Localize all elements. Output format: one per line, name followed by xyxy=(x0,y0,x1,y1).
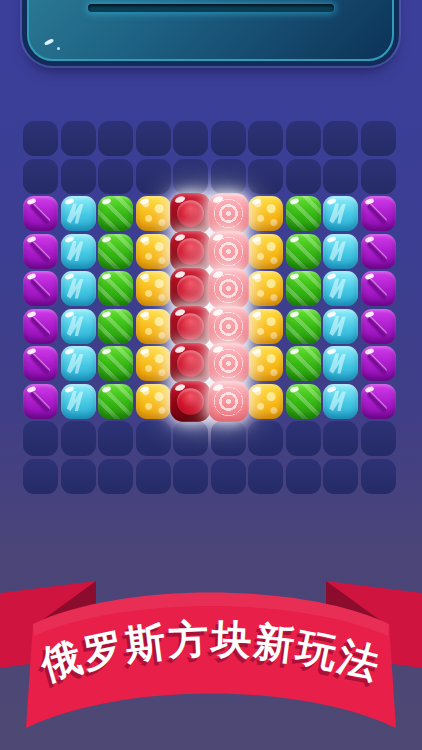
purple-candy[interactable] xyxy=(23,234,58,269)
empty-cell xyxy=(173,421,208,456)
red-candy[interactable] xyxy=(170,268,211,309)
empty-cell xyxy=(23,421,58,456)
empty-cell xyxy=(361,459,396,494)
empty-cell xyxy=(136,159,171,194)
yellow-candy[interactable] xyxy=(136,309,171,344)
empty-cell xyxy=(136,121,171,156)
empty-cell xyxy=(286,459,321,494)
purple-candy[interactable] xyxy=(23,384,58,419)
green-candy[interactable] xyxy=(286,196,321,231)
empty-cell xyxy=(323,121,358,156)
sparkle-icon xyxy=(44,38,55,46)
pink-candy[interactable] xyxy=(208,343,249,384)
yellow-candy[interactable] xyxy=(136,271,171,306)
empty-cell xyxy=(61,121,96,156)
empty-cell xyxy=(211,421,246,456)
empty-cell xyxy=(98,459,133,494)
cyan-candy[interactable] xyxy=(323,309,358,344)
purple-candy[interactable] xyxy=(361,309,396,344)
empty-cell xyxy=(23,121,58,156)
purple-candy[interactable] xyxy=(361,384,396,419)
empty-cell xyxy=(211,159,246,194)
green-candy[interactable] xyxy=(286,271,321,306)
purple-candy[interactable] xyxy=(361,196,396,231)
pink-candy[interactable] xyxy=(208,231,249,272)
cyan-candy[interactable] xyxy=(323,271,358,306)
cyan-candy[interactable] xyxy=(323,196,358,231)
purple-candy[interactable] xyxy=(23,346,58,381)
empty-cell xyxy=(286,121,321,156)
yellow-candy[interactable] xyxy=(248,271,283,306)
empty-cell xyxy=(323,159,358,194)
green-candy[interactable] xyxy=(98,346,133,381)
yellow-candy[interactable] xyxy=(248,384,283,419)
top-panel xyxy=(27,0,394,61)
red-candy[interactable] xyxy=(170,343,211,384)
green-candy[interactable] xyxy=(98,271,133,306)
cyan-candy[interactable] xyxy=(61,384,96,419)
yellow-candy[interactable] xyxy=(248,309,283,344)
cyan-candy[interactable] xyxy=(61,309,96,344)
empty-cell xyxy=(136,459,171,494)
pink-candy[interactable] xyxy=(208,193,249,234)
yellow-candy[interactable] xyxy=(136,346,171,381)
empty-cell xyxy=(98,421,133,456)
empty-cell xyxy=(173,459,208,494)
empty-cell xyxy=(286,159,321,194)
empty-cell xyxy=(361,421,396,456)
cyan-candy[interactable] xyxy=(61,346,96,381)
yellow-candy[interactable] xyxy=(248,234,283,269)
yellow-candy[interactable] xyxy=(248,346,283,381)
cyan-candy[interactable] xyxy=(61,234,96,269)
purple-candy[interactable] xyxy=(361,346,396,381)
purple-candy[interactable] xyxy=(23,196,58,231)
yellow-candy[interactable] xyxy=(136,384,171,419)
yellow-candy[interactable] xyxy=(136,234,171,269)
sparkle-icon xyxy=(57,47,60,50)
empty-cell xyxy=(61,421,96,456)
empty-cell xyxy=(323,421,358,456)
empty-cell xyxy=(23,459,58,494)
cyan-candy[interactable] xyxy=(61,271,96,306)
game-screen: 俄罗斯方块新玩法 俄罗斯方块新玩法 xyxy=(0,0,422,750)
green-candy[interactable] xyxy=(286,346,321,381)
empty-cell xyxy=(286,421,321,456)
empty-cell xyxy=(323,459,358,494)
panel-slot xyxy=(88,4,334,12)
red-candy[interactable] xyxy=(170,381,211,422)
empty-cell xyxy=(211,459,246,494)
yellow-candy[interactable] xyxy=(136,196,171,231)
pink-candy[interactable] xyxy=(208,306,249,347)
pink-candy[interactable] xyxy=(208,381,249,422)
empty-cell xyxy=(248,421,283,456)
empty-cell xyxy=(211,121,246,156)
green-candy[interactable] xyxy=(98,309,133,344)
empty-cell xyxy=(173,159,208,194)
empty-cell xyxy=(61,459,96,494)
empty-cell xyxy=(173,121,208,156)
empty-cell xyxy=(248,459,283,494)
pink-candy[interactable] xyxy=(208,268,249,309)
empty-cell xyxy=(248,159,283,194)
empty-cell xyxy=(61,159,96,194)
purple-candy[interactable] xyxy=(361,271,396,306)
green-candy[interactable] xyxy=(286,309,321,344)
empty-cell xyxy=(248,121,283,156)
red-candy[interactable] xyxy=(170,193,211,234)
red-candy[interactable] xyxy=(170,231,211,272)
green-candy[interactable] xyxy=(286,384,321,419)
purple-candy[interactable] xyxy=(23,271,58,306)
empty-cell xyxy=(136,421,171,456)
board-grid xyxy=(23,121,396,494)
ribbon-banner: 俄罗斯方块新玩法 俄罗斯方块新玩法 xyxy=(0,560,422,750)
green-candy[interactable] xyxy=(98,384,133,419)
red-candy[interactable] xyxy=(170,306,211,347)
yellow-candy[interactable] xyxy=(248,196,283,231)
cyan-candy[interactable] xyxy=(323,346,358,381)
empty-cell xyxy=(98,121,133,156)
purple-candy[interactable] xyxy=(361,234,396,269)
purple-candy[interactable] xyxy=(23,309,58,344)
green-candy[interactable] xyxy=(98,196,133,231)
cyan-candy[interactable] xyxy=(61,196,96,231)
empty-cell xyxy=(361,121,396,156)
cyan-candy[interactable] xyxy=(323,234,358,269)
green-candy[interactable] xyxy=(98,234,133,269)
green-candy[interactable] xyxy=(286,234,321,269)
empty-cell xyxy=(361,159,396,194)
empty-cell xyxy=(98,159,133,194)
empty-cell xyxy=(23,159,58,194)
cyan-candy[interactable] xyxy=(323,384,358,419)
